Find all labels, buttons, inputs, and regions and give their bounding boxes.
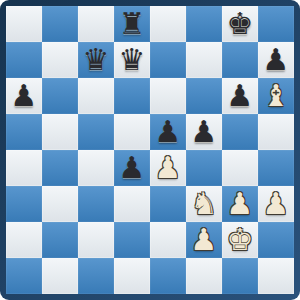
white-pawn-icon[interactable]: ♟ [155,150,182,186]
square-c7[interactable]: ♛ [78,42,114,78]
square-f7[interactable] [186,42,222,78]
black-pawn-icon[interactable]: ♟ [119,150,146,186]
square-f8[interactable] [186,6,222,42]
square-d3[interactable] [114,186,150,222]
square-c4[interactable] [78,150,114,186]
square-f6[interactable] [186,78,222,114]
white-pawn-icon[interactable]: ♟ [191,222,218,258]
square-e7[interactable] [150,42,186,78]
black-queen-icon[interactable]: ♛ [83,42,110,78]
square-h8[interactable] [258,6,294,42]
square-f1[interactable] [186,258,222,294]
square-a4[interactable] [6,150,42,186]
square-f2[interactable]: ♟ [186,222,222,258]
black-queen-icon[interactable]: ♛ [119,42,146,78]
square-d8[interactable]: ♜ [114,6,150,42]
white-knight-icon[interactable]: ♞ [191,186,218,222]
square-h4[interactable] [258,150,294,186]
square-g4[interactable] [222,150,258,186]
square-h7[interactable]: ♟ [258,42,294,78]
square-e3[interactable] [150,186,186,222]
square-b1[interactable] [42,258,78,294]
square-b8[interactable] [42,6,78,42]
square-c6[interactable] [78,78,114,114]
square-b3[interactable] [42,186,78,222]
square-a3[interactable] [6,186,42,222]
square-e4[interactable]: ♟ [150,150,186,186]
square-c2[interactable] [78,222,114,258]
square-a5[interactable] [6,114,42,150]
square-g2[interactable]: ♚ [222,222,258,258]
square-c8[interactable] [78,6,114,42]
square-b7[interactable] [42,42,78,78]
square-b6[interactable] [42,78,78,114]
black-rook-icon[interactable]: ♜ [119,6,146,42]
square-d4[interactable]: ♟ [114,150,150,186]
square-h5[interactable] [258,114,294,150]
square-d7[interactable]: ♛ [114,42,150,78]
square-d6[interactable] [114,78,150,114]
square-c1[interactable] [78,258,114,294]
square-e5[interactable]: ♟ [150,114,186,150]
square-f4[interactable] [186,150,222,186]
square-a8[interactable] [6,6,42,42]
black-pawn-icon[interactable]: ♟ [155,114,182,150]
square-b4[interactable] [42,150,78,186]
square-c5[interactable] [78,114,114,150]
white-pawn-icon[interactable]: ♟ [263,186,290,222]
square-d2[interactable] [114,222,150,258]
square-h2[interactable] [258,222,294,258]
white-pawn-icon[interactable]: ♟ [227,186,254,222]
square-b5[interactable] [42,114,78,150]
square-e6[interactable] [150,78,186,114]
square-g3[interactable]: ♟ [222,186,258,222]
square-f5[interactable]: ♟ [186,114,222,150]
square-a1[interactable] [6,258,42,294]
chess-board: ♜♚♛♛♟♟♟♝♟♟♟♟♞♟♟♟♚ [6,6,294,294]
square-h1[interactable] [258,258,294,294]
black-pawn-icon[interactable]: ♟ [11,78,38,114]
square-d5[interactable] [114,114,150,150]
square-g7[interactable] [222,42,258,78]
square-g8[interactable]: ♚ [222,6,258,42]
chess-board-frame: ♜♚♛♛♟♟♟♝♟♟♟♟♞♟♟♟♚ [0,0,300,300]
square-g1[interactable] [222,258,258,294]
white-king-icon[interactable]: ♚ [227,222,254,258]
square-g5[interactable] [222,114,258,150]
square-b2[interactable] [42,222,78,258]
square-c3[interactable] [78,186,114,222]
square-h6[interactable]: ♝ [258,78,294,114]
square-a7[interactable] [6,42,42,78]
square-d1[interactable] [114,258,150,294]
square-e1[interactable] [150,258,186,294]
square-e2[interactable] [150,222,186,258]
black-pawn-icon[interactable]: ♟ [227,78,254,114]
square-f3[interactable]: ♞ [186,186,222,222]
square-a6[interactable]: ♟ [6,78,42,114]
square-e8[interactable] [150,6,186,42]
square-a2[interactable] [6,222,42,258]
square-h3[interactable]: ♟ [258,186,294,222]
white-bishop-icon[interactable]: ♝ [263,78,290,114]
black-pawn-icon[interactable]: ♟ [263,42,290,78]
black-king-icon[interactable]: ♚ [227,6,254,42]
square-g6[interactable]: ♟ [222,78,258,114]
black-pawn-icon[interactable]: ♟ [191,114,218,150]
